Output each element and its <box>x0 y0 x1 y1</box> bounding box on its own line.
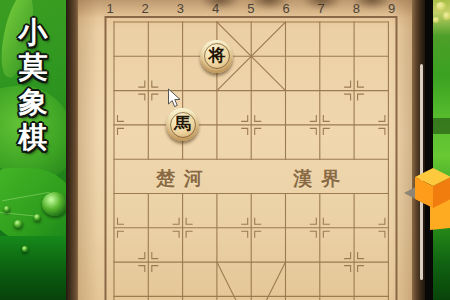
flower <box>433 17 439 23</box>
river-label-chu: 楚河 <box>156 166 212 192</box>
xiangqi-board[interactable] <box>78 0 412 300</box>
board-frame-right <box>412 0 425 300</box>
mouse-cursor-icon <box>167 88 182 109</box>
board-frame-left <box>66 0 78 300</box>
water-droplet <box>14 220 23 228</box>
piece-black-general[interactable]: 将 <box>200 40 233 73</box>
file-label: 1 <box>106 1 113 16</box>
water-droplet <box>4 206 10 212</box>
right-leaf-background <box>433 0 450 300</box>
file-label: 3 <box>177 1 184 16</box>
app-title-char: 棋 <box>14 120 52 155</box>
water-droplet <box>34 214 41 221</box>
water-droplet <box>22 246 28 252</box>
piece-glyph: 馬 <box>174 115 191 132</box>
app-title: 小 莫 象 棋 <box>14 15 52 155</box>
piece-glyph: 将 <box>208 47 225 64</box>
app-title-char: 小 <box>14 15 52 50</box>
water-droplet <box>42 192 68 216</box>
app-title-char: 莫 <box>14 50 52 85</box>
flower <box>443 12 450 20</box>
leaf-shadow-band <box>433 118 450 134</box>
app-title-char: 象 <box>14 85 52 120</box>
file-label: 2 <box>142 1 149 16</box>
flower <box>436 2 446 11</box>
river-label-han: 漢界 <box>293 166 349 192</box>
orange-cube-icon[interactable] <box>401 158 450 234</box>
xiangqi-app-screen: 小 莫 象 棋 1 2 3 4 5 6 <box>0 0 450 300</box>
leaf-shadow-strip <box>0 236 66 300</box>
window-edge <box>425 0 433 300</box>
